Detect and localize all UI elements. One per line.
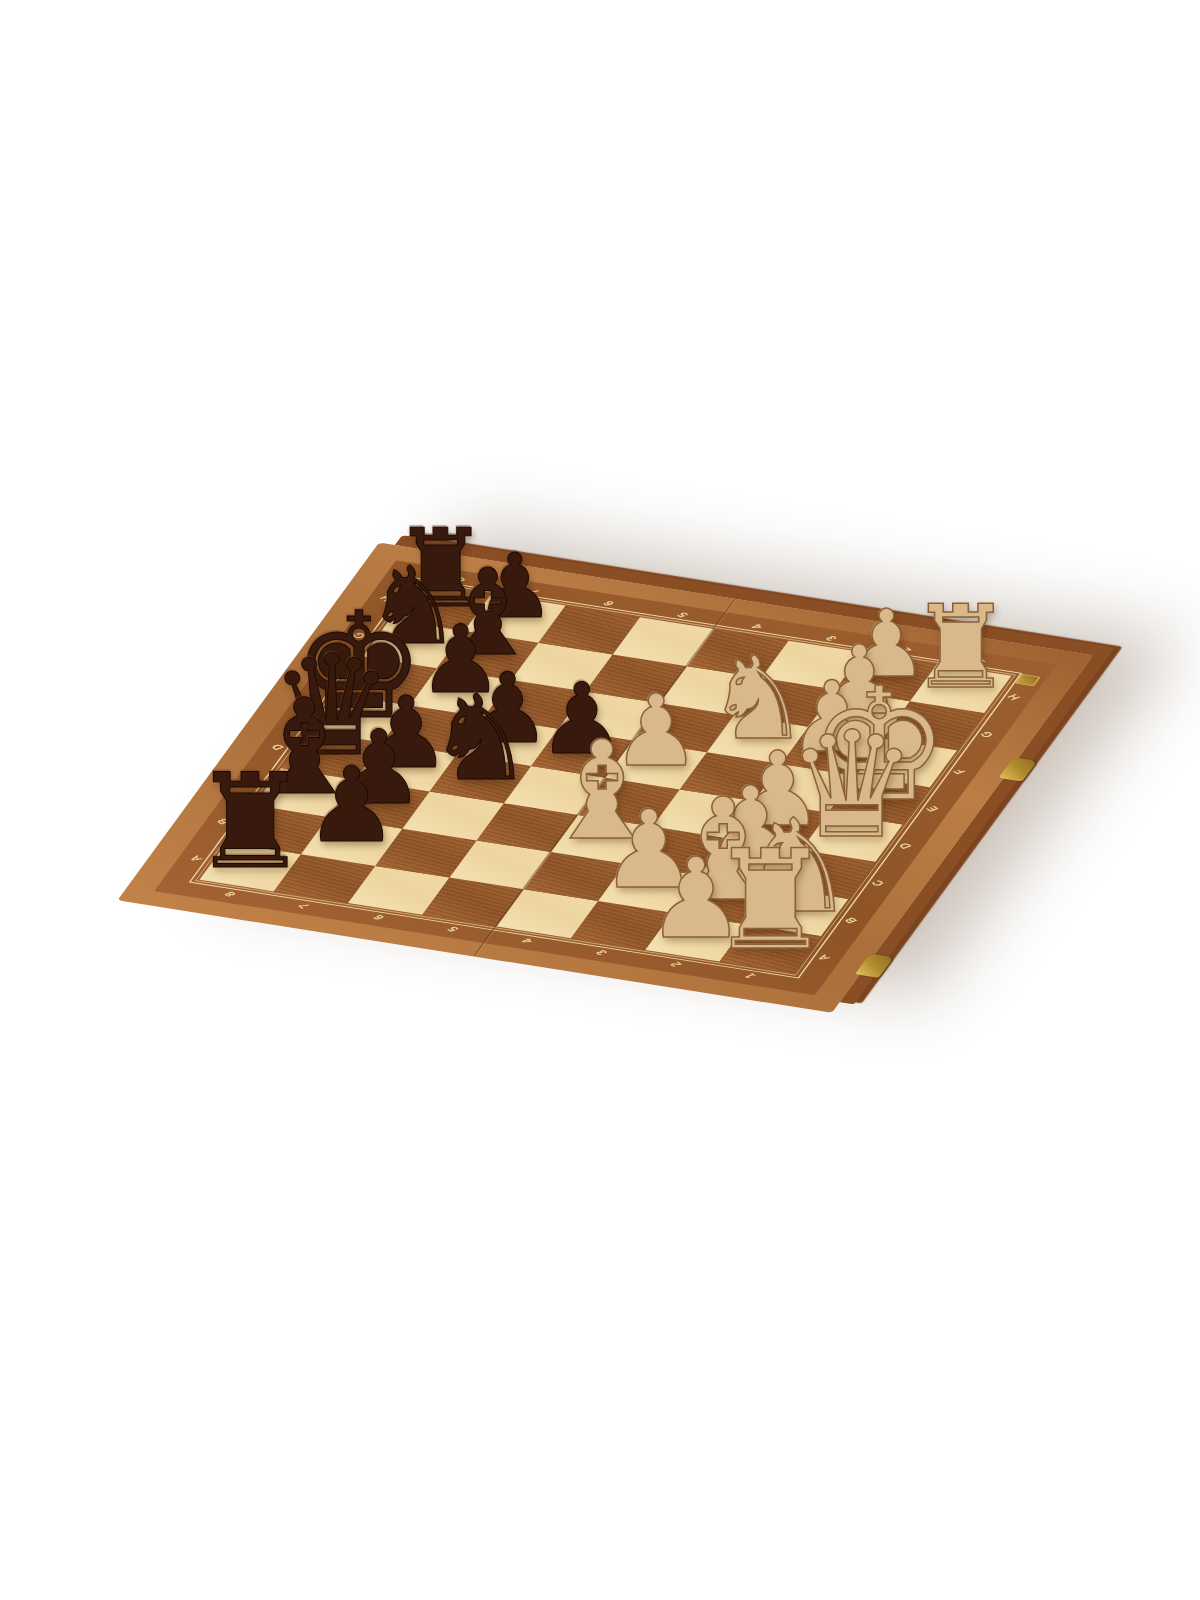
chess-photo-scene: 1122334455667788AABBCCDDEEFFGGHH ♜♟♞♝♟♜♟…	[0, 0, 1200, 1600]
chess-board: 1122334455667788AABBCCDDEEFFGGHH	[117, 543, 1093, 1013]
brass-clasp-icon	[855, 954, 894, 978]
brass-clasp-icon	[999, 757, 1038, 781]
